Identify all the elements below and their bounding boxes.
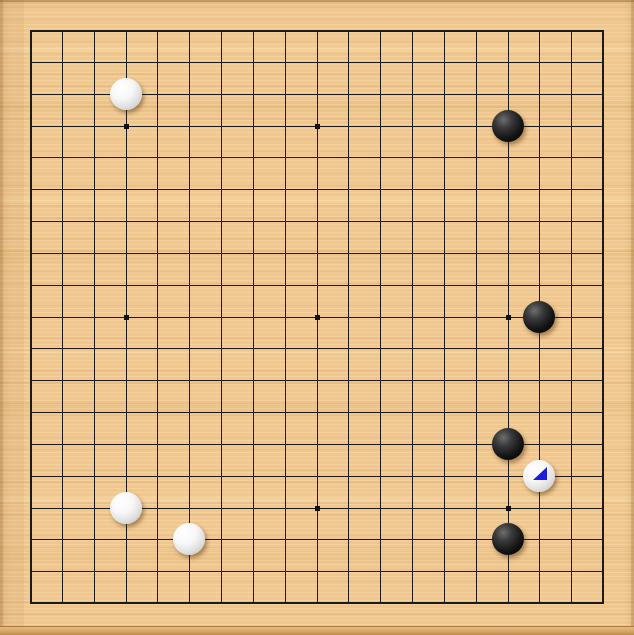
grid-line-vertical bbox=[380, 30, 381, 604]
grid-line-vertical bbox=[412, 30, 413, 604]
hoshi-point bbox=[506, 506, 511, 511]
hoshi-point bbox=[315, 506, 320, 511]
board-bottom-edge bbox=[0, 626, 634, 635]
hoshi-point bbox=[506, 315, 511, 320]
grid-line-vertical bbox=[602, 30, 604, 604]
stone-black-r10 bbox=[523, 301, 555, 333]
stone-white-d4 bbox=[110, 492, 142, 524]
hoshi-point bbox=[315, 124, 320, 129]
stone-white-d17 bbox=[110, 78, 142, 110]
stone-white-f3 bbox=[173, 523, 205, 555]
stone-black-q16 bbox=[492, 110, 524, 142]
hoshi-point bbox=[315, 315, 320, 320]
stone-black-q6 bbox=[492, 428, 524, 460]
goban-grid[interactable] bbox=[30, 30, 604, 604]
grid-line-horizontal bbox=[30, 571, 604, 572]
grid-line-vertical bbox=[348, 30, 349, 604]
grid-line-vertical bbox=[476, 30, 477, 604]
stone-black-q3 bbox=[492, 523, 524, 555]
grid-line-horizontal bbox=[30, 476, 604, 477]
grid-line-horizontal bbox=[30, 412, 604, 413]
goban[interactable] bbox=[0, 0, 634, 635]
grid-line-horizontal bbox=[30, 348, 604, 349]
grid-line-horizontal bbox=[30, 380, 604, 381]
stone-white-r5 bbox=[523, 460, 555, 492]
last-move-triangle-marker bbox=[533, 467, 547, 480]
grid-line-vertical bbox=[571, 30, 572, 604]
grid-line-horizontal bbox=[30, 602, 604, 604]
hoshi-point bbox=[124, 124, 129, 129]
hoshi-point bbox=[124, 315, 129, 320]
grid-line-vertical bbox=[444, 30, 445, 604]
